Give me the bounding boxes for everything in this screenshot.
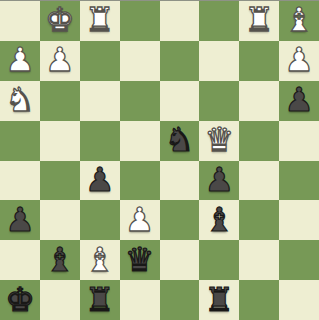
square-a1[interactable]: ♚ <box>0 280 40 320</box>
black-pawn-piece[interactable]: ♟ <box>85 163 115 196</box>
square-c3[interactable] <box>80 200 120 240</box>
white-king-piece[interactable]: ♚ <box>45 3 75 36</box>
square-g2[interactable] <box>239 240 279 280</box>
square-h4[interactable] <box>279 161 319 201</box>
square-c8[interactable]: ♜ <box>80 1 120 41</box>
white-rook-piece[interactable]: ♜ <box>244 3 274 36</box>
square-a2[interactable] <box>0 240 40 280</box>
square-b8[interactable]: ♚ <box>40 1 80 41</box>
black-pawn-piece[interactable]: ♟ <box>5 203 35 236</box>
square-a5[interactable] <box>0 121 40 161</box>
black-queen-piece[interactable]: ♛ <box>125 243 155 276</box>
square-g3[interactable] <box>239 200 279 240</box>
square-f5[interactable]: ♛ <box>199 121 239 161</box>
chess-board: ♚♜♜♝♟♟♟♞♟♞♛♟♟♟♟♝♝♝♛♚♜♜ <box>0 0 319 320</box>
square-f7[interactable] <box>199 41 239 81</box>
black-bishop-piece[interactable]: ♝ <box>45 243 75 276</box>
square-c7[interactable] <box>80 41 120 81</box>
square-d1[interactable] <box>120 280 160 320</box>
square-h7[interactable]: ♟ <box>279 41 319 81</box>
square-d3[interactable]: ♟ <box>120 200 160 240</box>
square-f8[interactable] <box>199 1 239 41</box>
square-b2[interactable]: ♝ <box>40 240 80 280</box>
square-e6[interactable] <box>160 81 200 121</box>
white-pawn-piece[interactable]: ♟ <box>5 43 35 76</box>
square-d8[interactable] <box>120 1 160 41</box>
square-f2[interactable] <box>199 240 239 280</box>
square-g8[interactable]: ♜ <box>239 1 279 41</box>
square-e5[interactable]: ♞ <box>160 121 200 161</box>
square-c2[interactable]: ♝ <box>80 240 120 280</box>
black-pawn-piece[interactable]: ♟ <box>284 83 314 116</box>
square-a4[interactable] <box>0 161 40 201</box>
square-h5[interactable] <box>279 121 319 161</box>
square-f4[interactable]: ♟ <box>199 161 239 201</box>
square-g7[interactable] <box>239 41 279 81</box>
square-c4[interactable]: ♟ <box>80 161 120 201</box>
square-a6[interactable]: ♞ <box>0 81 40 121</box>
square-g6[interactable] <box>239 81 279 121</box>
square-g1[interactable] <box>239 280 279 320</box>
square-h8[interactable]: ♝ <box>279 1 319 41</box>
black-rook-piece[interactable]: ♜ <box>205 283 235 316</box>
square-g4[interactable] <box>239 161 279 201</box>
square-d4[interactable] <box>120 161 160 201</box>
square-e2[interactable] <box>160 240 200 280</box>
white-pawn-piece[interactable]: ♟ <box>125 203 155 236</box>
square-d5[interactable] <box>120 121 160 161</box>
square-a7[interactable]: ♟ <box>0 41 40 81</box>
square-h6[interactable]: ♟ <box>279 81 319 121</box>
square-f3[interactable]: ♝ <box>199 200 239 240</box>
white-knight-piece[interactable]: ♞ <box>5 83 35 116</box>
square-a8[interactable] <box>0 1 40 41</box>
square-b3[interactable] <box>40 200 80 240</box>
square-f1[interactable]: ♜ <box>199 280 239 320</box>
white-pawn-piece[interactable]: ♟ <box>284 43 314 76</box>
square-b6[interactable] <box>40 81 80 121</box>
black-king-piece[interactable]: ♚ <box>5 283 35 316</box>
square-b1[interactable] <box>40 280 80 320</box>
square-h2[interactable] <box>279 240 319 280</box>
white-pawn-piece[interactable]: ♟ <box>45 43 75 76</box>
black-knight-piece[interactable]: ♞ <box>165 123 195 156</box>
square-b7[interactable]: ♟ <box>40 41 80 81</box>
white-bishop-piece[interactable]: ♝ <box>284 3 314 36</box>
square-a3[interactable]: ♟ <box>0 200 40 240</box>
square-b4[interactable] <box>40 161 80 201</box>
square-d2[interactable]: ♛ <box>120 240 160 280</box>
square-g5[interactable] <box>239 121 279 161</box>
square-c6[interactable] <box>80 81 120 121</box>
square-e1[interactable] <box>160 280 200 320</box>
square-h3[interactable] <box>279 200 319 240</box>
square-c1[interactable]: ♜ <box>80 280 120 320</box>
square-d6[interactable] <box>120 81 160 121</box>
square-e3[interactable] <box>160 200 200 240</box>
white-bishop-piece[interactable]: ♝ <box>85 243 115 276</box>
square-c5[interactable] <box>80 121 120 161</box>
black-bishop-piece[interactable]: ♝ <box>205 203 235 236</box>
square-f6[interactable] <box>199 81 239 121</box>
square-d7[interactable] <box>120 41 160 81</box>
square-e4[interactable] <box>160 161 200 201</box>
white-queen-piece[interactable]: ♛ <box>205 123 235 156</box>
black-pawn-piece[interactable]: ♟ <box>205 163 235 196</box>
white-rook-piece[interactable]: ♜ <box>85 3 115 36</box>
square-b5[interactable] <box>40 121 80 161</box>
square-h1[interactable] <box>279 280 319 320</box>
square-e7[interactable] <box>160 41 200 81</box>
square-e8[interactable] <box>160 1 200 41</box>
black-rook-piece[interactable]: ♜ <box>85 283 115 316</box>
